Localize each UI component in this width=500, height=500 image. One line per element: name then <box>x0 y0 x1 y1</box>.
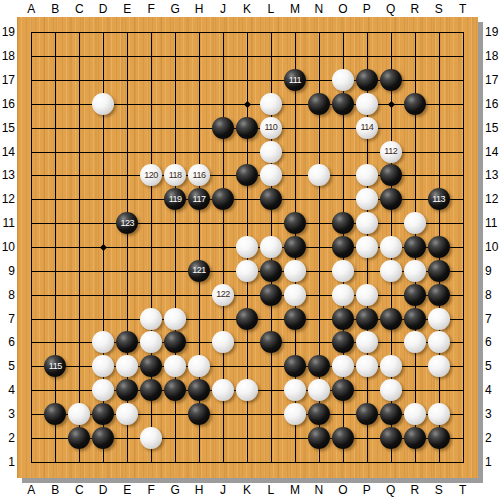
hoshi-K16 <box>244 101 251 108</box>
stone-black-O6[interactable] <box>332 331 354 353</box>
row-label-9-right: 9 <box>485 264 499 278</box>
stone-black-L6[interactable] <box>260 331 282 353</box>
col-label-P-top: P <box>355 2 379 16</box>
stone-black-N5[interactable] <box>308 355 330 377</box>
stone-black-M7[interactable] <box>284 308 306 330</box>
stone-white-Q9[interactable] <box>380 260 402 282</box>
stone-white-F6[interactable] <box>140 331 162 353</box>
col-label-N-top: N <box>307 2 331 16</box>
go-board[interactable]: 1111101141121201181161191171131231211221… <box>17 17 478 478</box>
row-label-17-left: 17 <box>1 73 15 87</box>
row-label-12-right: 12 <box>485 192 499 206</box>
row-label-18-left: 18 <box>1 49 15 63</box>
row-label-11-right: 11 <box>485 216 499 230</box>
stone-black-M10[interactable] <box>284 236 306 258</box>
move-number-label: 115 <box>49 362 62 371</box>
row-label-12-left: 12 <box>1 192 15 206</box>
stone-black-O7[interactable] <box>332 308 354 330</box>
stone-black-R16[interactable] <box>404 93 426 115</box>
stone-white-K4[interactable] <box>236 379 258 401</box>
row-label-6-right: 6 <box>485 335 499 349</box>
stone-white-D5[interactable] <box>92 355 114 377</box>
stone-black-Q3[interactable] <box>380 403 402 425</box>
stone-black-S10[interactable] <box>428 236 450 258</box>
stone-black-C2[interactable] <box>68 427 90 449</box>
stone-black-S8[interactable] <box>428 284 450 306</box>
col-label-H-top: H <box>187 2 211 16</box>
stone-white-O9[interactable] <box>332 260 354 282</box>
stone-white-L13[interactable] <box>260 164 282 186</box>
row-label-19-left: 19 <box>1 25 15 39</box>
hoshi-D10 <box>100 244 107 251</box>
stone-white-S3[interactable] <box>428 403 450 425</box>
row-label-2-left: 2 <box>1 431 15 445</box>
stone-white-Q4[interactable] <box>380 379 402 401</box>
move-number-label: 119 <box>169 195 182 204</box>
row-label-16-right: 16 <box>485 97 499 111</box>
col-label-T-top: T <box>451 2 475 16</box>
stone-white-K10[interactable] <box>236 236 258 258</box>
stone-white-P8[interactable] <box>356 284 378 306</box>
stone-white-R9[interactable] <box>404 260 426 282</box>
stone-black-N3[interactable] <box>308 403 330 425</box>
row-label-17-right: 17 <box>485 73 499 87</box>
stone-black-Q12[interactable] <box>380 188 402 210</box>
col-label-C-top: C <box>67 2 91 16</box>
row-label-5-right: 5 <box>485 359 499 373</box>
col-label-Q-top: Q <box>379 2 403 16</box>
stone-white-R11[interactable] <box>404 212 426 234</box>
col-label-D-bottom: D <box>91 483 115 497</box>
row-label-10-left: 10 <box>1 240 15 254</box>
row-label-10-right: 10 <box>485 240 499 254</box>
col-label-B-top: B <box>43 2 67 16</box>
stone-black-R8[interactable] <box>404 284 426 306</box>
col-label-Q-bottom: Q <box>379 483 403 497</box>
move-number-label: 123 <box>120 219 134 228</box>
stone-black-M5[interactable] <box>284 355 306 377</box>
row-label-14-left: 14 <box>1 145 15 159</box>
stone-white-L16[interactable] <box>260 93 282 115</box>
stone-black-R7[interactable] <box>404 308 426 330</box>
row-label-4-right: 4 <box>485 383 499 397</box>
move-number-label: 112 <box>384 147 397 156</box>
move-number-label: 117 <box>193 195 206 204</box>
stone-black-L8[interactable] <box>260 284 282 306</box>
stone-white-L10[interactable] <box>260 236 282 258</box>
stone-white-H13[interactable]: 116 <box>188 164 210 186</box>
stone-black-D3[interactable] <box>92 403 114 425</box>
col-label-R-top: R <box>403 2 427 16</box>
col-label-S-top: S <box>427 2 451 16</box>
stone-white-K9[interactable] <box>236 260 258 282</box>
stone-white-P11[interactable] <box>356 212 378 234</box>
stone-white-Q10[interactable] <box>380 236 402 258</box>
stone-black-K7[interactable] <box>236 308 258 330</box>
stone-white-Q14[interactable]: 112 <box>380 141 402 163</box>
col-label-R-bottom: R <box>403 483 427 497</box>
stone-black-Q2[interactable] <box>380 427 402 449</box>
stone-white-R6[interactable] <box>404 331 426 353</box>
stone-black-N16[interactable] <box>308 93 330 115</box>
stone-white-Q5[interactable] <box>380 355 402 377</box>
stone-black-F5[interactable] <box>140 355 162 377</box>
stone-black-S12[interactable]: 113 <box>428 188 450 210</box>
col-label-L-top: L <box>259 2 283 16</box>
go-board-app: 1111101141121201181161191171131231211221… <box>0 0 500 500</box>
stone-white-O8[interactable] <box>332 284 354 306</box>
stone-white-E5[interactable] <box>116 355 138 377</box>
stone-black-G4[interactable] <box>164 379 186 401</box>
move-number-label: 110 <box>265 123 278 132</box>
row-label-1-right: 1 <box>485 455 499 469</box>
stone-white-F2[interactable] <box>140 427 162 449</box>
stone-black-O11[interactable] <box>332 212 354 234</box>
stone-white-C3[interactable] <box>68 403 90 425</box>
col-label-P-bottom: P <box>355 483 379 497</box>
col-label-F-top: F <box>139 2 163 16</box>
stone-white-L15[interactable]: 110 <box>260 117 282 139</box>
col-label-M-top: M <box>283 2 307 16</box>
stone-white-O17[interactable] <box>332 69 354 91</box>
row-label-3-left: 3 <box>1 407 15 421</box>
col-label-L-bottom: L <box>259 483 283 497</box>
stone-black-P3[interactable] <box>356 403 378 425</box>
row-label-7-right: 7 <box>485 312 499 326</box>
move-number-label: 122 <box>216 290 230 299</box>
row-label-11-left: 11 <box>1 216 15 230</box>
stone-white-D16[interactable] <box>92 93 114 115</box>
row-label-19-right: 19 <box>485 25 499 39</box>
stone-black-P17[interactable] <box>356 69 378 91</box>
row-label-15-left: 15 <box>1 121 15 135</box>
stone-black-G12[interactable]: 119 <box>164 188 186 210</box>
row-label-13-left: 13 <box>1 168 15 182</box>
col-label-E-top: E <box>115 2 139 16</box>
row-label-13-right: 13 <box>485 168 499 182</box>
move-number-label: 116 <box>193 171 206 180</box>
col-label-J-bottom: J <box>211 483 235 497</box>
move-number-label: 121 <box>192 266 206 275</box>
stone-white-G7[interactable] <box>164 308 186 330</box>
row-label-2-right: 2 <box>485 431 499 445</box>
col-label-K-top: K <box>235 2 259 16</box>
stone-black-H9[interactable]: 121 <box>188 260 210 282</box>
stone-white-M9[interactable] <box>284 260 306 282</box>
stone-white-R3[interactable] <box>404 403 426 425</box>
stone-white-J4[interactable] <box>212 379 234 401</box>
hoshi-Q16 <box>388 101 395 108</box>
move-number-label: 113 <box>432 195 445 204</box>
col-label-K-bottom: K <box>235 483 259 497</box>
col-label-F-bottom: F <box>139 483 163 497</box>
row-label-14-right: 14 <box>485 145 499 159</box>
col-label-G-top: G <box>163 2 187 16</box>
col-label-T-bottom: T <box>451 483 475 497</box>
stone-black-O16[interactable] <box>332 93 354 115</box>
stone-white-O5[interactable] <box>332 355 354 377</box>
stone-black-L12[interactable] <box>260 188 282 210</box>
stone-white-P6[interactable] <box>356 331 378 353</box>
col-label-O-bottom: O <box>331 483 355 497</box>
stone-white-H5[interactable] <box>188 355 210 377</box>
col-label-S-bottom: S <box>427 483 451 497</box>
row-label-8-right: 8 <box>485 288 499 302</box>
stone-white-L14[interactable] <box>260 141 282 163</box>
stone-black-K13[interactable] <box>236 164 258 186</box>
stone-black-O10[interactable] <box>332 236 354 258</box>
stone-white-P5[interactable] <box>356 355 378 377</box>
col-label-C-bottom: C <box>67 483 91 497</box>
stone-black-S9[interactable] <box>428 260 450 282</box>
stone-black-K15[interactable] <box>236 117 258 139</box>
stone-white-M8[interactable] <box>284 284 306 306</box>
stone-white-S5[interactable] <box>428 355 450 377</box>
stone-black-O2[interactable] <box>332 427 354 449</box>
stone-white-N13[interactable] <box>308 164 330 186</box>
row-label-6-left: 6 <box>1 335 15 349</box>
col-label-M-bottom: M <box>283 483 307 497</box>
row-label-8-left: 8 <box>1 288 15 302</box>
row-label-1-left: 1 <box>1 455 15 469</box>
stone-black-E6[interactable] <box>116 331 138 353</box>
stone-white-P12[interactable] <box>356 188 378 210</box>
stone-black-E11[interactable]: 123 <box>116 212 138 234</box>
stone-black-D2[interactable] <box>92 427 114 449</box>
stone-black-Q7[interactable] <box>380 308 402 330</box>
row-label-15-right: 15 <box>485 121 499 135</box>
row-label-4-left: 4 <box>1 383 15 397</box>
stone-white-P13[interactable] <box>356 164 378 186</box>
stone-white-M4[interactable] <box>284 379 306 401</box>
stone-white-F13[interactable]: 120 <box>140 164 162 186</box>
stone-white-J8[interactable]: 122 <box>212 284 234 306</box>
row-label-16-left: 16 <box>1 97 15 111</box>
row-label-18-right: 18 <box>485 49 499 63</box>
stone-black-B5[interactable]: 115 <box>44 355 66 377</box>
stone-black-G6[interactable] <box>164 331 186 353</box>
stone-black-J12[interactable] <box>212 188 234 210</box>
col-label-H-bottom: H <box>187 483 211 497</box>
row-label-5-left: 5 <box>1 359 15 373</box>
move-number-label: 120 <box>144 171 158 180</box>
stone-black-N2[interactable] <box>308 427 330 449</box>
col-label-J-top: J <box>211 2 235 16</box>
stone-white-J6[interactable] <box>212 331 234 353</box>
move-number-label: 114 <box>360 123 373 132</box>
row-label-7-left: 7 <box>1 312 15 326</box>
col-label-B-bottom: B <box>43 483 67 497</box>
stone-white-M3[interactable] <box>284 403 306 425</box>
stone-white-P16[interactable] <box>356 93 378 115</box>
stone-black-R2[interactable] <box>404 427 426 449</box>
stone-white-P15[interactable]: 114 <box>356 117 378 139</box>
stone-black-H12[interactable]: 117 <box>188 188 210 210</box>
stone-black-B3[interactable] <box>44 403 66 425</box>
stone-white-P10[interactable] <box>356 236 378 258</box>
stone-black-O4[interactable] <box>332 379 354 401</box>
stone-black-S2[interactable] <box>428 427 450 449</box>
stone-white-N4[interactable] <box>308 379 330 401</box>
stone-black-H3[interactable] <box>188 403 210 425</box>
stone-black-J15[interactable] <box>212 117 234 139</box>
stone-white-D6[interactable] <box>92 331 114 353</box>
col-label-E-bottom: E <box>115 483 139 497</box>
stone-black-F4[interactable] <box>140 379 162 401</box>
col-label-O-top: O <box>331 2 355 16</box>
col-label-D-top: D <box>91 2 115 16</box>
stone-white-F7[interactable] <box>140 308 162 330</box>
row-label-3-right: 3 <box>485 407 499 421</box>
col-label-G-bottom: G <box>163 483 187 497</box>
stone-white-G5[interactable] <box>164 355 186 377</box>
stone-white-S6[interactable] <box>428 331 450 353</box>
stone-white-S7[interactable] <box>428 308 450 330</box>
stone-white-G13[interactable]: 118 <box>164 164 186 186</box>
stone-black-E4[interactable] <box>116 379 138 401</box>
stone-white-E3[interactable] <box>116 403 138 425</box>
stone-white-D4[interactable] <box>92 379 114 401</box>
move-number-label: 111 <box>289 76 301 85</box>
stone-black-M17[interactable]: 111 <box>284 69 306 91</box>
stone-black-Q13[interactable] <box>380 164 402 186</box>
stone-black-H4[interactable] <box>188 379 210 401</box>
stone-black-P7[interactable] <box>356 308 378 330</box>
col-label-A-top: A <box>19 2 43 16</box>
move-number-label: 118 <box>169 171 182 180</box>
stone-black-Q17[interactable] <box>380 69 402 91</box>
col-label-N-bottom: N <box>307 483 331 497</box>
stone-black-R10[interactable] <box>404 236 426 258</box>
stone-black-M11[interactable] <box>284 212 306 234</box>
col-label-A-bottom: A <box>19 483 43 497</box>
row-label-9-left: 9 <box>1 264 15 278</box>
stone-black-L9[interactable] <box>260 260 282 282</box>
